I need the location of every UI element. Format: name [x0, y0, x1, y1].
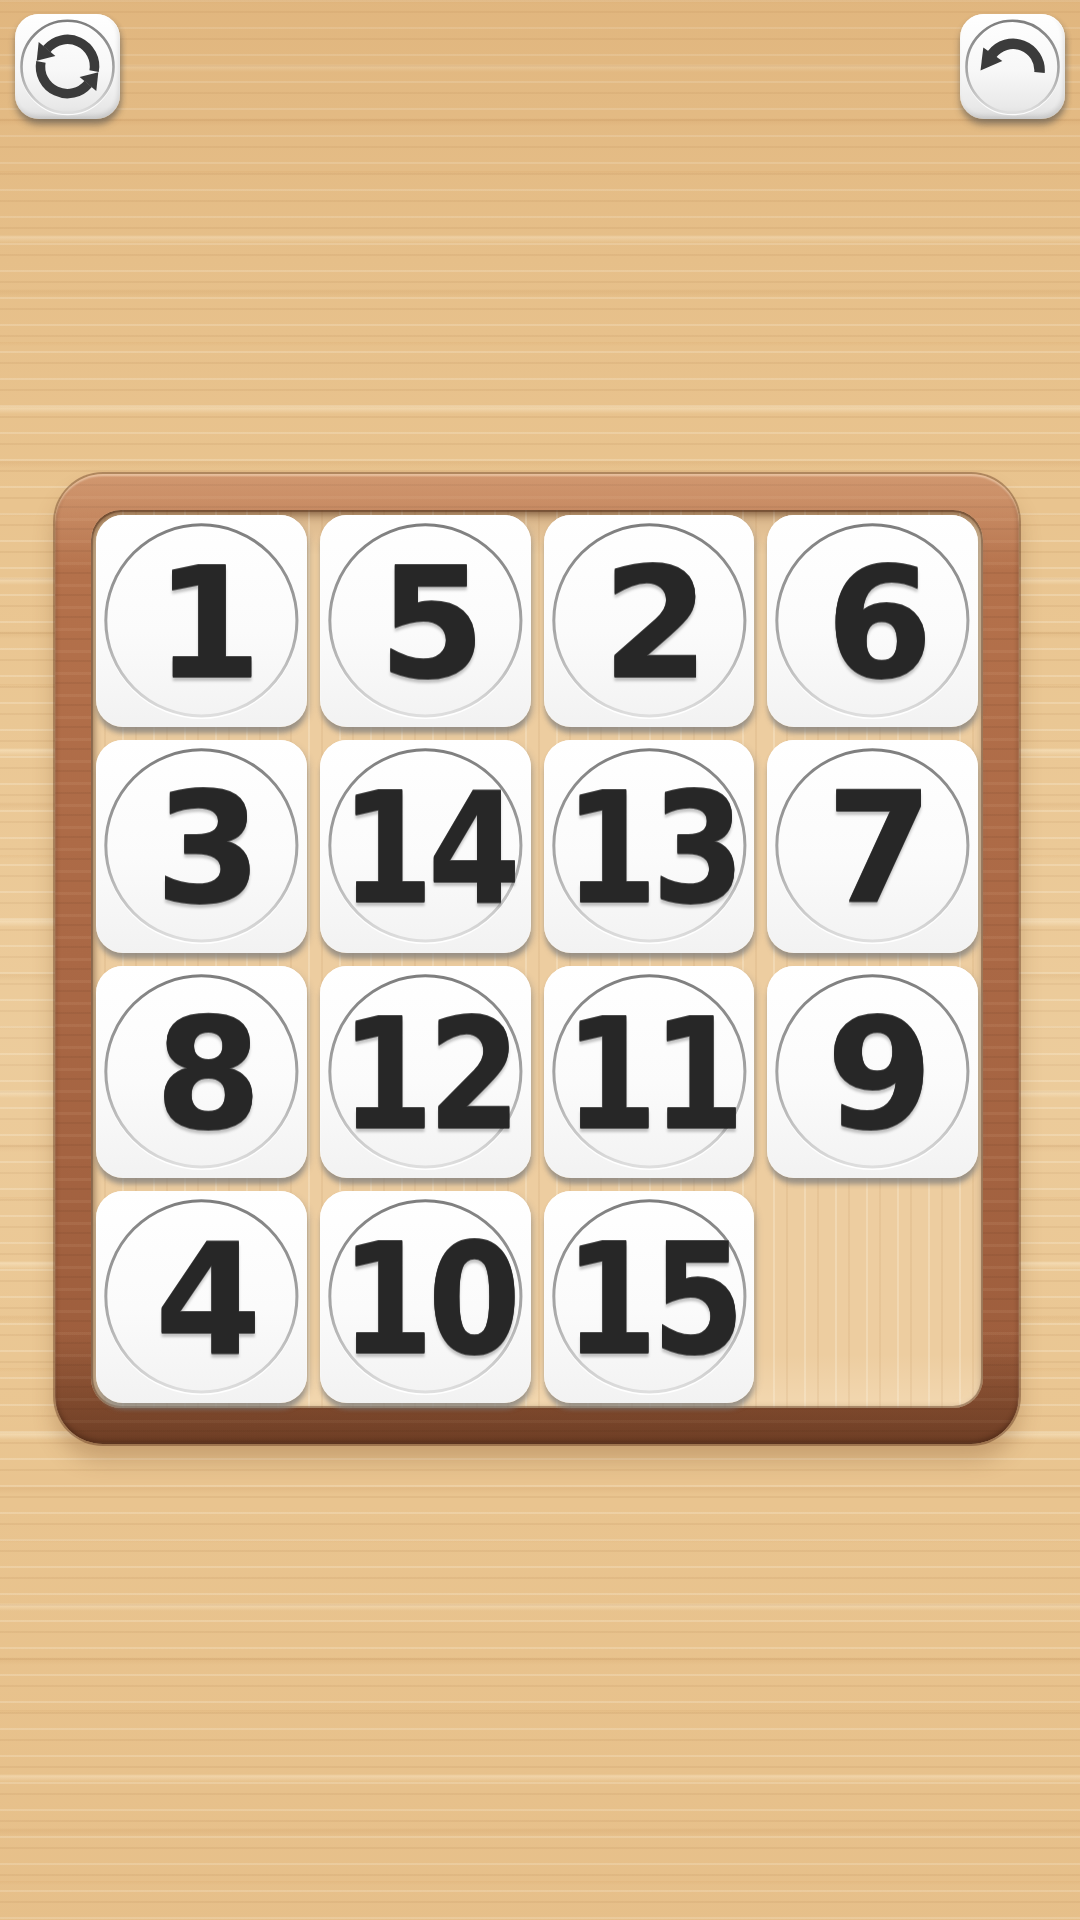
tile-number: 1	[148, 547, 255, 701]
game-screen: { "game": "15-puzzle (4x4 sliding number…	[0, 0, 1080, 1920]
tile-number: 15	[559, 1223, 739, 1377]
restart-button[interactable]	[15, 14, 120, 119]
tile-number: 8	[148, 998, 255, 1152]
tile-14[interactable]: 14	[320, 740, 531, 952]
tile-13[interactable]: 13	[544, 740, 755, 952]
tile-number: 10	[335, 1223, 515, 1377]
tile-15[interactable]: 15	[544, 1191, 755, 1403]
empty-cell	[767, 1191, 978, 1403]
undo-curved-arrow-icon	[960, 14, 1065, 119]
tile-6[interactable]: 6	[767, 515, 978, 727]
tile-7[interactable]: 7	[767, 740, 978, 952]
tile-8[interactable]: 8	[96, 966, 307, 1178]
puzzle-board: 152631413781211941015	[55, 474, 1019, 1444]
tile-4[interactable]: 4	[96, 1191, 307, 1403]
tile-number: 9	[819, 998, 926, 1152]
puzzle-grid: 152631413781211941015	[91, 510, 983, 1408]
tile-9[interactable]: 9	[767, 966, 978, 1178]
tile-number: 4	[148, 1223, 255, 1377]
tile-12[interactable]: 12	[320, 966, 531, 1178]
tile-number: 3	[148, 772, 255, 926]
tile-2[interactable]: 2	[544, 515, 755, 727]
tile-number: 5	[372, 547, 479, 701]
tile-number: 7	[819, 772, 926, 926]
tile-number: 12	[335, 998, 515, 1152]
tile-number: 14	[335, 772, 515, 926]
tile-11[interactable]: 11	[544, 966, 755, 1178]
tile-number: 13	[559, 772, 739, 926]
tile-number: 2	[595, 547, 702, 701]
tile-number: 6	[819, 547, 926, 701]
refresh-circular-arrows-icon	[15, 14, 120, 119]
undo-button[interactable]	[960, 14, 1065, 119]
tile-5[interactable]: 5	[320, 515, 531, 727]
tile-number: 11	[559, 998, 739, 1152]
tile-10[interactable]: 10	[320, 1191, 531, 1403]
tile-3[interactable]: 3	[96, 740, 307, 952]
tile-1[interactable]: 1	[96, 515, 307, 727]
